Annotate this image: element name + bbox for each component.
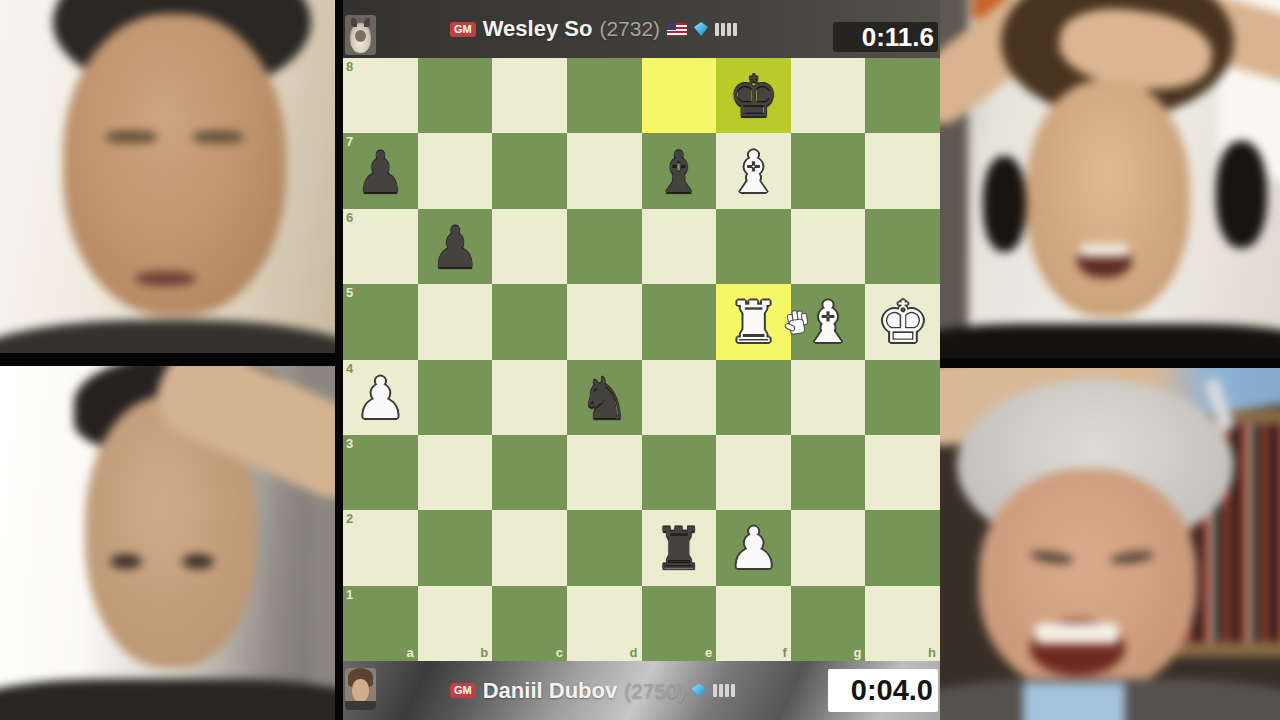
signal-bar [719,684,723,697]
signal-bar [733,23,737,36]
brow-shape [106,131,156,142]
square-a7[interactable]: 7♟ [343,133,418,208]
square-a1[interactable]: 1a [343,586,418,661]
square-f1[interactable]: f [716,586,791,661]
signal-bar [721,23,725,36]
square-h4[interactable] [865,360,940,435]
chess-app: GM Wesley So (2732) 0:11.6 8♚7♟♝♝6♟5♜♝♚4… [343,0,940,720]
player-info-bottom: GM Daniil Dubov (2750) [450,661,735,720]
square-e1[interactable]: e [642,586,717,661]
webcam-video-art [0,366,335,720]
square-b3[interactable] [418,435,493,510]
webcam-daniil-dubov [0,366,335,720]
player-name-top[interactable]: Wesley So [483,16,593,42]
clock-bottom: 0:04.0 [828,669,938,712]
square-f5[interactable]: ♜ [716,284,791,359]
square-h7[interactable] [865,133,940,208]
file-label-h: h [928,645,936,660]
column-divider [335,0,343,720]
avatar-wesley-so[interactable] [345,15,376,55]
diamond-icon [692,684,706,698]
square-a2[interactable]: 2 [343,510,418,585]
square-b6[interactable]: ♟ [418,209,493,284]
square-d3[interactable] [567,435,642,510]
square-e7[interactable]: ♝ [642,133,717,208]
portrait-shoulders-shape [345,701,376,710]
webcam-divider [0,353,343,366]
teeth-shape [1081,244,1128,257]
square-c4[interactable] [492,360,567,435]
square-h2[interactable] [865,510,940,585]
square-g1[interactable]: g [791,586,866,661]
file-label-g: g [853,645,861,660]
flag-canton-shape [667,23,676,30]
square-d8[interactable] [567,58,642,133]
square-a5[interactable]: 5 [343,284,418,359]
rank-label-5: 5 [346,285,353,300]
square-f2[interactable]: ♟ [716,510,791,585]
square-c8[interactable] [492,58,567,133]
piece-bk-f8[interactable]: ♚ [716,58,791,133]
square-g3[interactable] [791,435,866,510]
top-player-bar: GM Wesley So (2732) 0:11.6 [343,0,940,58]
signal-bar [725,684,729,697]
square-e8[interactable] [642,58,717,133]
square-d5[interactable] [567,284,642,359]
square-f4[interactable] [716,360,791,435]
webcam-commentator-bottom [940,368,1280,720]
square-b8[interactable] [418,58,493,133]
signal-bars-icon [713,684,735,697]
player-name-bottom[interactable]: Daniil Dubov [483,678,617,704]
webcam-commentator-top [940,0,1280,358]
square-g2[interactable] [791,510,866,585]
piece-wp-a4[interactable]: ♟ [343,360,418,435]
piece-bn-d4[interactable]: ♞ [567,360,642,435]
square-d7[interactable] [567,133,642,208]
webcam-divider [940,358,1280,368]
square-d4[interactable]: ♞ [567,360,642,435]
headphone-earcup-shape [1216,141,1267,248]
portrait-face-shape [352,679,369,702]
gm-title-badge: GM [450,22,476,37]
piece-wp-f2[interactable]: ♟ [716,510,791,585]
square-g7[interactable] [791,133,866,208]
signal-bar [713,684,717,697]
avatar-daniil-dubov[interactable] [345,668,376,710]
square-h3[interactable] [865,435,940,510]
webcam-video-art [940,0,1280,358]
teeth-shape [1035,623,1119,644]
square-a8[interactable]: 8 [343,58,418,133]
file-label-b: b [480,645,488,660]
square-c7[interactable] [492,133,567,208]
square-b2[interactable] [418,510,493,585]
rank-label-6: 6 [346,210,353,225]
square-a6[interactable]: 6 [343,209,418,284]
piece-br-e2[interactable]: ♜ [642,510,717,585]
gm-title-badge: GM [450,683,476,698]
file-label-f: f [782,645,786,660]
rank-label-3: 3 [346,436,353,451]
square-h6[interactable] [865,209,940,284]
square-b4[interactable] [418,360,493,435]
square-e5[interactable] [642,284,717,359]
square-c2[interactable] [492,510,567,585]
piece-wr-f5[interactable]: ♜ [716,284,791,359]
sweater-shape [0,679,335,720]
mouth-shape [135,271,196,286]
square-b7[interactable] [418,133,493,208]
blue-shirt-shape [1023,683,1125,720]
square-d6[interactable] [567,209,642,284]
square-e3[interactable] [642,435,717,510]
cat-ear-shape [351,18,357,27]
piece-bp-b6[interactable]: ♟ [418,209,493,284]
file-label-c: c [556,645,563,660]
clock-top: 0:11.6 [833,22,938,52]
signal-bar [715,23,719,36]
square-g6[interactable] [791,209,866,284]
square-e6[interactable] [642,209,717,284]
file-label-a: a [406,645,413,660]
square-c6[interactable] [492,209,567,284]
signal-bars-icon [715,23,737,36]
square-a4[interactable]: 4♟ [343,360,418,435]
signal-bar [731,684,735,697]
square-a3[interactable]: 3 [343,435,418,510]
square-h8[interactable] [865,58,940,133]
chess-board: 8♚7♟♝♝6♟5♜♝♚4♟♞32♜♟1abcdefgh [343,58,940,661]
stream-layout: GM Wesley So (2732) 0:11.6 8♚7♟♝♝6♟5♜♝♚4… [0,0,1280,720]
piece-wb-f7[interactable]: ♝ [716,133,791,208]
signal-bar [727,23,731,36]
cat-ear-shape [364,18,370,27]
square-c1[interactable]: c [492,586,567,661]
square-g8[interactable] [791,58,866,133]
square-b5[interactable] [418,284,493,359]
piece-wk-h5[interactable]: ♚ [865,284,940,359]
bottom-player-bar: GM Daniil Dubov (2750) 0:04.0 [343,661,940,720]
rank-label-2: 2 [346,511,353,526]
player-info-top: GM Wesley So (2732) [450,0,737,58]
diamond-icon [694,22,708,36]
square-e2[interactable]: ♜ [642,510,717,585]
square-g4[interactable] [791,360,866,435]
face-shape [1026,80,1190,317]
webcam-video-art [940,368,1280,720]
headphone-earcup-shape [983,156,1027,252]
piece-bp-a7[interactable]: ♟ [343,133,418,208]
square-f6[interactable] [716,209,791,284]
player-rating-bottom: (2750) [624,679,685,703]
square-d2[interactable] [567,510,642,585]
file-label-e: e [705,645,712,660]
square-h1[interactable]: h [865,586,940,661]
square-c5[interactable] [492,284,567,359]
webcam-wesley-so [0,0,335,353]
rank-label-1: 1 [346,587,353,602]
square-d1[interactable]: d [567,586,642,661]
hand-cursor [784,308,811,337]
brow-shape [193,131,243,142]
player-rating-top: (2732) [599,17,660,41]
webcam-video-art [0,0,335,353]
square-b1[interactable]: b [418,586,493,661]
rank-label-8: 8 [346,59,353,74]
square-f3[interactable] [716,435,791,510]
file-label-d: d [630,645,638,660]
square-c3[interactable] [492,435,567,510]
square-f8[interactable]: ♚ [716,58,791,133]
us-flag-icon [667,23,687,36]
piece-bb-e7[interactable]: ♝ [642,133,717,208]
shirt-shape [940,324,1280,358]
square-h5[interactable]: ♚ [865,284,940,359]
square-f7[interactable]: ♝ [716,133,791,208]
square-e4[interactable] [642,360,717,435]
